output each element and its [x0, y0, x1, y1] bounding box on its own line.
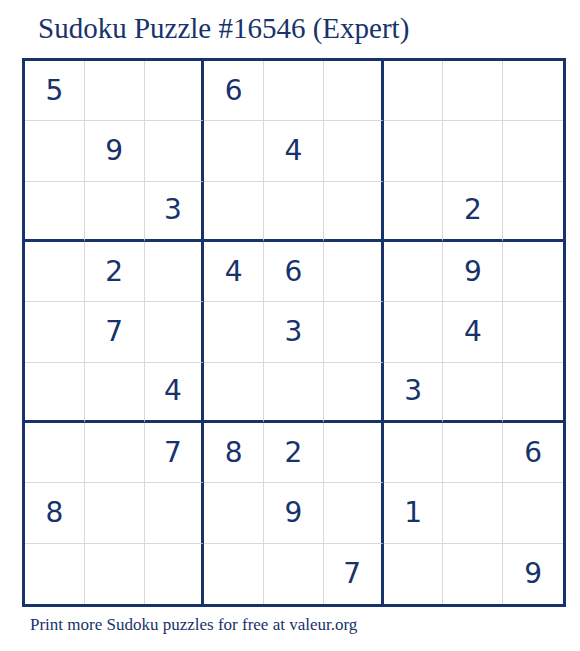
cell-r7c6	[324, 423, 384, 483]
cell-r3c6	[324, 182, 384, 242]
cell-r3c2	[85, 182, 145, 242]
cell-r3c5	[264, 182, 324, 242]
page-title: Sudoku Puzzle #16546 (Expert)	[38, 12, 409, 45]
cell-r6c3: 4	[145, 363, 205, 423]
cell-r4c3	[145, 242, 205, 302]
cell-r7c1	[25, 423, 85, 483]
cell-r5c2: 7	[85, 302, 145, 362]
cell-r7c2	[85, 423, 145, 483]
cell-r9c9: 9	[503, 544, 563, 604]
cell-r1c9	[503, 61, 563, 121]
cell-r5c3	[145, 302, 205, 362]
cell-r1c1: 5	[25, 61, 85, 121]
cell-r5c8: 4	[443, 302, 503, 362]
cell-r3c9	[503, 182, 563, 242]
cell-r3c1	[25, 182, 85, 242]
cell-r4c6	[324, 242, 384, 302]
cell-r8c5: 9	[264, 483, 324, 543]
cell-r7c9: 6	[503, 423, 563, 483]
cell-r7c8	[443, 423, 503, 483]
cell-r2c3	[145, 121, 205, 181]
cell-r4c1	[25, 242, 85, 302]
cell-r9c3	[145, 544, 205, 604]
cell-r4c4: 4	[204, 242, 264, 302]
sudoku-grid: 569432246973443782689179	[22, 58, 566, 607]
cell-r2c5: 4	[264, 121, 324, 181]
cell-r8c1: 8	[25, 483, 85, 543]
cell-r6c4	[204, 363, 264, 423]
cell-r8c7: 1	[384, 483, 444, 543]
cell-r5c5: 3	[264, 302, 324, 362]
cell-r2c2: 9	[85, 121, 145, 181]
cell-r1c8	[443, 61, 503, 121]
cell-r9c4	[204, 544, 264, 604]
cell-r5c7	[384, 302, 444, 362]
cell-r6c7: 3	[384, 363, 444, 423]
cell-r6c5	[264, 363, 324, 423]
cell-r2c6	[324, 121, 384, 181]
cell-r1c4: 6	[204, 61, 264, 121]
cell-r8c6	[324, 483, 384, 543]
cell-r7c3: 7	[145, 423, 205, 483]
cell-r9c2	[85, 544, 145, 604]
cell-r9c1	[25, 544, 85, 604]
cell-r8c3	[145, 483, 205, 543]
cell-r9c8	[443, 544, 503, 604]
cell-r1c3	[145, 61, 205, 121]
cell-r9c6: 7	[324, 544, 384, 604]
cell-r2c1	[25, 121, 85, 181]
cell-r6c6	[324, 363, 384, 423]
cell-r5c4	[204, 302, 264, 362]
cell-r4c5: 6	[264, 242, 324, 302]
footer-text: Print more Sudoku puzzles for free at va…	[30, 615, 357, 635]
cell-r9c7	[384, 544, 444, 604]
cell-r8c2	[85, 483, 145, 543]
cell-r5c9	[503, 302, 563, 362]
cell-r4c2: 2	[85, 242, 145, 302]
cell-r7c5: 2	[264, 423, 324, 483]
cell-r3c3: 3	[145, 182, 205, 242]
cell-r1c2	[85, 61, 145, 121]
cell-r8c4	[204, 483, 264, 543]
cell-r6c9	[503, 363, 563, 423]
cell-r1c6	[324, 61, 384, 121]
cell-r2c7	[384, 121, 444, 181]
cell-r3c7	[384, 182, 444, 242]
cell-r5c6	[324, 302, 384, 362]
cell-r2c8	[443, 121, 503, 181]
cell-r2c9	[503, 121, 563, 181]
cell-r6c2	[85, 363, 145, 423]
cell-r4c9	[503, 242, 563, 302]
cell-r8c8	[443, 483, 503, 543]
cell-r1c7	[384, 61, 444, 121]
cell-r4c8: 9	[443, 242, 503, 302]
cell-r3c4	[204, 182, 264, 242]
cell-r3c8: 2	[443, 182, 503, 242]
cell-r7c4: 8	[204, 423, 264, 483]
cell-r7c7	[384, 423, 444, 483]
cell-r2c4	[204, 121, 264, 181]
cell-r6c8	[443, 363, 503, 423]
cell-r5c1	[25, 302, 85, 362]
cell-r4c7	[384, 242, 444, 302]
cell-r6c1	[25, 363, 85, 423]
cell-r8c9	[503, 483, 563, 543]
cell-r1c5	[264, 61, 324, 121]
cell-r9c5	[264, 544, 324, 604]
